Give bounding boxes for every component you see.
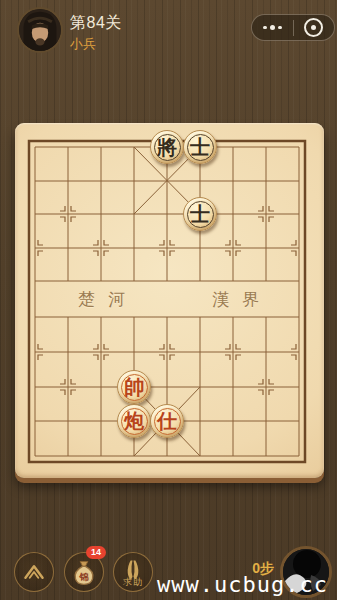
piece-red-general[interactable]: 帥 (117, 370, 151, 404)
player-avatar[interactable] (17, 7, 63, 53)
river-label-han: 漢界 (197, 289, 277, 311)
piece-black-advisor-1[interactable]: 士 (183, 130, 217, 164)
piece-label: 帥 (124, 370, 144, 404)
more-dots-icon (263, 25, 282, 31)
level-subtitle: 小兵 (70, 35, 96, 53)
piece-label: 士 (190, 130, 210, 164)
river-label-chu: 楚河 (63, 289, 143, 311)
collapse-menu-button[interactable] (14, 552, 54, 592)
piece-black-general[interactable]: 將 (150, 130, 184, 164)
svg-text:锦: 锦 (78, 572, 89, 582)
ask-help-button[interactable] (113, 552, 153, 592)
close-minimize-button[interactable] (294, 15, 335, 40)
watermark: www.ucbug.cc (157, 572, 328, 597)
more-button[interactable] (252, 15, 293, 40)
piece-label: 將 (157, 130, 177, 164)
piece-red-advisor[interactable]: 仕 (150, 404, 184, 438)
level-title: 第84关 (70, 13, 122, 34)
piece-label: 炮 (124, 404, 144, 438)
praying-hands-icon (114, 552, 152, 592)
wechat-capsule (251, 14, 335, 41)
target-circle-icon (304, 18, 323, 37)
chevron-up-icon (15, 552, 53, 592)
piece-label: 仕 (157, 404, 177, 438)
player-portrait-icon (19, 9, 61, 51)
piece-red-cannon[interactable]: 炮 (117, 404, 151, 438)
piece-black-advisor-2[interactable]: 士 (183, 197, 217, 231)
xiangqi-app: 第84关 小兵 楚河 漢界 锦 14 求助 (0, 0, 337, 600)
piece-label: 士 (190, 197, 210, 231)
hint-count-badge: 14 (86, 546, 106, 559)
